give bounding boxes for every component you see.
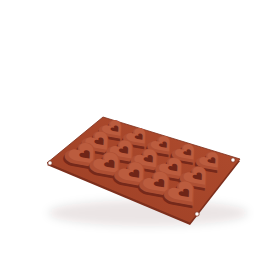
hanging-hole-front bbox=[195, 212, 199, 216]
hanging-hole-right bbox=[231, 158, 235, 162]
hanging-hole-left bbox=[48, 161, 52, 165]
silicone-heart-mold-photo: ♥♥♥♥♥♥♥♥♥♥♥♥♥♥♥♥♥♥♥♥♥♥♥♥♥♥♥♥♥♥♥♥♥♥♥♥♥♥♥♥… bbox=[0, 0, 280, 280]
product-photo-canvas: ♥♥♥♥♥♥♥♥♥♥♥♥♥♥♥♥♥♥♥♥♥♥♥♥♥♥♥♥♥♥♥♥♥♥♥♥♥♥♥♥… bbox=[0, 0, 280, 280]
